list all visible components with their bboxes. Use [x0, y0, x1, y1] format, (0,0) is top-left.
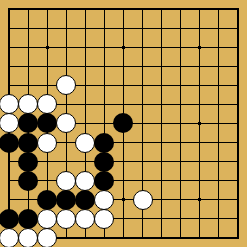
intersection-a4[interactable]	[0, 171, 19, 190]
white-stone	[37, 228, 57, 247]
black-stone	[18, 171, 38, 191]
black-stone	[37, 113, 57, 133]
intersection-k5[interactable]	[171, 152, 190, 171]
intersection-n4[interactable]	[228, 171, 247, 190]
intersection-j12[interactable]	[152, 19, 171, 38]
intersection-j13[interactable]	[152, 0, 171, 19]
intersection-g5[interactable]	[114, 152, 133, 171]
intersection-c3[interactable]	[38, 190, 57, 209]
intersection-g6[interactable]	[114, 133, 133, 152]
intersection-c1[interactable]	[38, 228, 57, 247]
intersection-n11[interactable]	[228, 38, 247, 57]
intersection-g1[interactable]	[114, 228, 133, 247]
intersection-d10[interactable]	[57, 57, 76, 76]
white-stone	[94, 190, 114, 210]
black-stone	[94, 133, 114, 153]
black-stone	[18, 209, 38, 229]
intersection-j1[interactable]	[152, 228, 171, 247]
intersection-j7[interactable]	[152, 114, 171, 133]
intersection-b10[interactable]	[19, 57, 38, 76]
intersection-c5[interactable]	[38, 152, 57, 171]
white-stone	[18, 228, 38, 247]
black-stone	[75, 190, 95, 210]
white-stone	[94, 209, 114, 229]
intersection-h10[interactable]	[133, 57, 152, 76]
intersection-d2[interactable]	[57, 209, 76, 228]
intersection-f9[interactable]	[95, 76, 114, 95]
intersection-g9[interactable]	[114, 76, 133, 95]
intersection-l6[interactable]	[190, 133, 209, 152]
intersection-c9[interactable]	[38, 76, 57, 95]
intersection-h5[interactable]	[133, 152, 152, 171]
intersection-f12[interactable]	[95, 19, 114, 38]
intersection-j10[interactable]	[152, 57, 171, 76]
black-stone	[0, 133, 19, 153]
intersection-m4[interactable]	[209, 171, 228, 190]
intersection-f3[interactable]	[95, 190, 114, 209]
intersection-j8[interactable]	[152, 95, 171, 114]
white-stone	[37, 133, 57, 153]
white-stone	[56, 75, 76, 95]
black-stone	[18, 152, 38, 172]
intersection-a6[interactable]	[0, 133, 19, 152]
black-stone	[94, 171, 114, 191]
intersection-d6[interactable]	[57, 133, 76, 152]
intersection-b5[interactable]	[19, 152, 38, 171]
intersection-h9[interactable]	[133, 76, 152, 95]
white-stone	[18, 94, 38, 114]
intersection-a1[interactable]	[0, 228, 19, 247]
intersection-m5[interactable]	[209, 152, 228, 171]
intersection-f7[interactable]	[95, 114, 114, 133]
intersection-e1[interactable]	[76, 228, 95, 247]
intersection-a13[interactable]	[0, 0, 19, 19]
intersection-g8[interactable]	[114, 95, 133, 114]
intersection-f4[interactable]	[95, 171, 114, 190]
intersection-g2[interactable]	[114, 209, 133, 228]
intersection-d4[interactable]	[57, 171, 76, 190]
white-stone	[37, 94, 57, 114]
intersection-c12[interactable]	[38, 19, 57, 38]
intersection-b12[interactable]	[19, 19, 38, 38]
intersection-a11[interactable]	[0, 38, 19, 57]
intersection-b9[interactable]	[19, 76, 38, 95]
intersection-b1[interactable]	[19, 228, 38, 247]
intersection-a9[interactable]	[0, 76, 19, 95]
intersection-g4[interactable]	[114, 171, 133, 190]
intersection-e2[interactable]	[76, 209, 95, 228]
board-grid	[0, 0, 247, 247]
intersection-j6[interactable]	[152, 133, 171, 152]
intersection-c11[interactable]	[38, 38, 57, 57]
intersection-l9[interactable]	[190, 76, 209, 95]
intersection-a7[interactable]	[0, 114, 19, 133]
intersection-g12[interactable]	[114, 19, 133, 38]
intersection-b13[interactable]	[19, 0, 38, 19]
intersection-h8[interactable]	[133, 95, 152, 114]
intersection-l3[interactable]	[190, 190, 209, 209]
intersection-e9[interactable]	[76, 76, 95, 95]
intersection-h4[interactable]	[133, 171, 152, 190]
intersection-n3[interactable]	[228, 190, 247, 209]
intersection-e12[interactable]	[76, 19, 95, 38]
intersection-l4[interactable]	[190, 171, 209, 190]
black-stone	[18, 113, 38, 133]
intersection-m13[interactable]	[209, 0, 228, 19]
white-stone	[75, 133, 95, 153]
black-stone	[94, 152, 114, 172]
intersection-d12[interactable]	[57, 19, 76, 38]
intersection-a10[interactable]	[0, 57, 19, 76]
intersection-d8[interactable]	[57, 95, 76, 114]
intersection-m7[interactable]	[209, 114, 228, 133]
intersection-b3[interactable]	[19, 190, 38, 209]
intersection-n13[interactable]	[228, 0, 247, 19]
intersection-l1[interactable]	[190, 228, 209, 247]
intersection-f5[interactable]	[95, 152, 114, 171]
intersection-m2[interactable]	[209, 209, 228, 228]
intersection-f1[interactable]	[95, 228, 114, 247]
white-stone	[75, 171, 95, 191]
intersection-f6[interactable]	[95, 133, 114, 152]
intersection-m11[interactable]	[209, 38, 228, 57]
black-stone	[18, 133, 38, 153]
intersection-n7[interactable]	[228, 114, 247, 133]
intersection-n1[interactable]	[228, 228, 247, 247]
white-stone	[56, 209, 76, 229]
white-stone	[56, 171, 76, 191]
intersection-a8[interactable]	[0, 95, 19, 114]
intersection-m1[interactable]	[209, 228, 228, 247]
intersection-d13[interactable]	[57, 0, 76, 19]
intersection-k3[interactable]	[171, 190, 190, 209]
intersection-g7[interactable]	[114, 114, 133, 133]
intersection-e11[interactable]	[76, 38, 95, 57]
intersection-j4[interactable]	[152, 171, 171, 190]
intersection-k13[interactable]	[171, 0, 190, 19]
intersection-k4[interactable]	[171, 171, 190, 190]
intersection-b11[interactable]	[19, 38, 38, 57]
white-stone	[75, 209, 95, 229]
intersection-b4[interactable]	[19, 171, 38, 190]
white-stone	[56, 113, 76, 133]
intersection-e7[interactable]	[76, 114, 95, 133]
intersection-f10[interactable]	[95, 57, 114, 76]
intersection-f13[interactable]	[95, 0, 114, 19]
intersection-k2[interactable]	[171, 209, 190, 228]
intersection-m10[interactable]	[209, 57, 228, 76]
intersection-a3[interactable]	[0, 190, 19, 209]
intersection-f11[interactable]	[95, 38, 114, 57]
black-stone	[37, 190, 57, 210]
intersection-e8[interactable]	[76, 95, 95, 114]
white-stone	[0, 228, 19, 247]
intersection-k7[interactable]	[171, 114, 190, 133]
intersection-h7[interactable]	[133, 114, 152, 133]
intersection-h13[interactable]	[133, 0, 152, 19]
intersection-e13[interactable]	[76, 0, 95, 19]
intersection-k11[interactable]	[171, 38, 190, 57]
intersection-k8[interactable]	[171, 95, 190, 114]
intersection-e5[interactable]	[76, 152, 95, 171]
intersection-n6[interactable]	[228, 133, 247, 152]
intersection-m3[interactable]	[209, 190, 228, 209]
intersection-a2[interactable]	[0, 209, 19, 228]
intersection-l2[interactable]	[190, 209, 209, 228]
intersection-j5[interactable]	[152, 152, 171, 171]
intersection-n8[interactable]	[228, 95, 247, 114]
intersection-b8[interactable]	[19, 95, 38, 114]
go-board	[0, 0, 247, 247]
intersection-n5[interactable]	[228, 152, 247, 171]
intersection-n10[interactable]	[228, 57, 247, 76]
intersection-d9[interactable]	[57, 76, 76, 95]
intersection-f8[interactable]	[95, 95, 114, 114]
intersection-f2[interactable]	[95, 209, 114, 228]
intersection-a12[interactable]	[0, 19, 19, 38]
intersection-d7[interactable]	[57, 114, 76, 133]
intersection-m9[interactable]	[209, 76, 228, 95]
black-stone	[56, 190, 76, 210]
intersection-h6[interactable]	[133, 133, 152, 152]
intersection-j9[interactable]	[152, 76, 171, 95]
intersection-b7[interactable]	[19, 114, 38, 133]
intersection-c2[interactable]	[38, 209, 57, 228]
black-stone	[0, 209, 19, 229]
intersection-m6[interactable]	[209, 133, 228, 152]
intersection-e3[interactable]	[76, 190, 95, 209]
intersection-k9[interactable]	[171, 76, 190, 95]
intersection-l5[interactable]	[190, 152, 209, 171]
intersection-g11[interactable]	[114, 38, 133, 57]
intersection-e10[interactable]	[76, 57, 95, 76]
white-stone	[133, 190, 153, 210]
intersection-n9[interactable]	[228, 76, 247, 95]
intersection-g10[interactable]	[114, 57, 133, 76]
intersection-c8[interactable]	[38, 95, 57, 114]
intersection-c13[interactable]	[38, 0, 57, 19]
intersection-h12[interactable]	[133, 19, 152, 38]
intersection-g13[interactable]	[114, 0, 133, 19]
intersection-b6[interactable]	[19, 133, 38, 152]
intersection-a5[interactable]	[0, 152, 19, 171]
intersection-l8[interactable]	[190, 95, 209, 114]
intersection-l7[interactable]	[190, 114, 209, 133]
intersection-n2[interactable]	[228, 209, 247, 228]
intersection-c4[interactable]	[38, 171, 57, 190]
intersection-d1[interactable]	[57, 228, 76, 247]
intersection-m12[interactable]	[209, 19, 228, 38]
white-stone	[37, 209, 57, 229]
black-stone	[113, 113, 133, 133]
intersection-k6[interactable]	[171, 133, 190, 152]
intersection-l10[interactable]	[190, 57, 209, 76]
intersection-l11[interactable]	[190, 38, 209, 57]
intersection-n12[interactable]	[228, 19, 247, 38]
intersection-m8[interactable]	[209, 95, 228, 114]
intersection-h1[interactable]	[133, 228, 152, 247]
intersection-k12[interactable]	[171, 19, 190, 38]
intersection-h2[interactable]	[133, 209, 152, 228]
intersection-c7[interactable]	[38, 114, 57, 133]
intersection-d5[interactable]	[57, 152, 76, 171]
white-stone	[0, 113, 19, 133]
intersection-j2[interactable]	[152, 209, 171, 228]
intersection-c10[interactable]	[38, 57, 57, 76]
intersection-e4[interactable]	[76, 171, 95, 190]
intersection-l13[interactable]	[190, 0, 209, 19]
intersection-d11[interactable]	[57, 38, 76, 57]
intersection-h3[interactable]	[133, 190, 152, 209]
intersection-l12[interactable]	[190, 19, 209, 38]
intersection-e6[interactable]	[76, 133, 95, 152]
intersection-j3[interactable]	[152, 190, 171, 209]
intersection-g3[interactable]	[114, 190, 133, 209]
white-stone	[0, 94, 19, 114]
intersection-c6[interactable]	[38, 133, 57, 152]
intersection-d3[interactable]	[57, 190, 76, 209]
intersection-b2[interactable]	[19, 209, 38, 228]
intersection-k1[interactable]	[171, 228, 190, 247]
intersection-j11[interactable]	[152, 38, 171, 57]
intersection-k10[interactable]	[171, 57, 190, 76]
intersection-h11[interactable]	[133, 38, 152, 57]
